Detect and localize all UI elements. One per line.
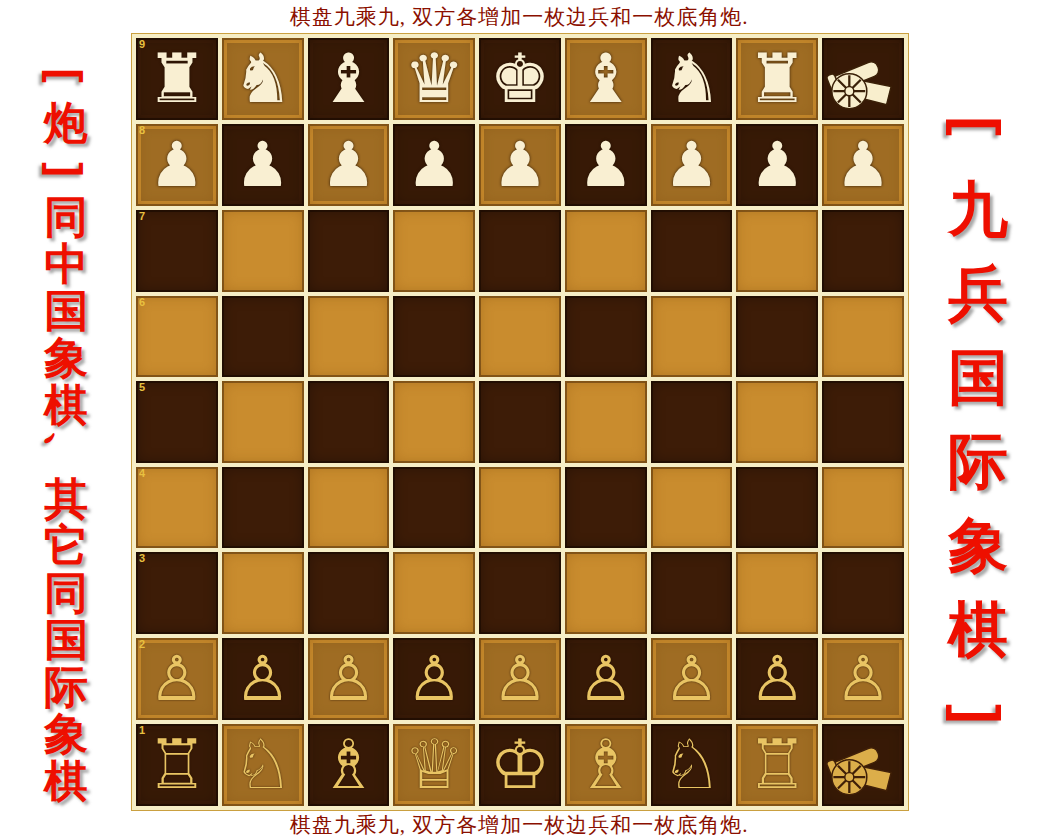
white-knight-piece: ♘ [232,724,293,806]
rank-label: 8 [139,125,145,136]
square-e2[interactable]: ♙ [479,638,561,720]
white-rook-piece: ♖ [747,724,808,806]
white-cannon-icon [825,727,901,803]
square-h7[interactable] [736,210,818,292]
black-pawn-piece: ♟ [492,124,548,206]
caption-char: 棋 [44,757,88,804]
black-pawn-piece: ♟ [578,124,634,206]
rank-label: 1 [139,725,145,736]
square-h3[interactable] [736,552,818,634]
caption-char: [ [43,68,90,83]
white-pawn-piece: ♙ [406,638,462,720]
square-b8[interactable]: ♟ [222,124,304,206]
rank-label: 7 [139,211,145,222]
square-d2[interactable]: ♙ [393,638,475,720]
square-h9[interactable]: ♜ [736,38,818,120]
square-b9[interactable]: ♞ [222,38,304,120]
black-pawn-piece: ♟ [321,124,377,206]
white-bishop-piece: ♗ [575,724,636,806]
square-f3[interactable] [565,552,647,634]
white-king-piece: ♔ [490,724,551,806]
square-i2[interactable]: ♙ [822,638,904,720]
white-pawn-piece: ♙ [321,638,377,720]
black-pawn-piece: ♟ [235,124,291,206]
square-f1[interactable]: ♗ [565,724,647,806]
square-c7[interactable] [308,210,390,292]
caption-char: 九 [948,168,1008,252]
square-d1[interactable]: ♕ [393,724,475,806]
black-bishop-piece: ♝ [318,38,379,120]
square-c1[interactable]: ♗ [308,724,390,806]
caption-char: 同 [44,569,88,616]
black-pawn-piece: ♟ [750,124,806,206]
square-f5[interactable] [565,381,647,463]
square-b5[interactable] [222,381,304,463]
square-c3[interactable] [308,552,390,634]
square-b3[interactable] [222,552,304,634]
rank-label: 3 [139,553,145,564]
square-i9[interactable] [822,38,904,120]
caption-char: 兵 [948,252,1008,336]
bottom-caption: 棋盘九乘九, 双方各增加一枚边兵和一枚底角炮. [0,811,1038,839]
caption-char: 象 [948,504,1008,588]
square-f2[interactable]: ♙ [565,638,647,720]
caption-char: ] [43,162,90,177]
square-i3[interactable] [822,552,904,634]
white-queen-piece: ♕ [404,724,465,806]
square-h2[interactable]: ♙ [736,638,818,720]
black-king-piece: ♚ [490,38,551,120]
caption-char: 国 [948,336,1008,420]
caption-char: 国 [44,287,88,334]
rank-label: 9 [139,39,145,50]
square-h1[interactable]: ♖ [736,724,818,806]
white-pawn-piece: ♙ [149,638,205,720]
white-pawn-piece: ♙ [664,638,720,720]
square-d6[interactable] [393,296,475,378]
square-g2[interactable]: ♙ [651,638,733,720]
black-knight-piece: ♞ [661,38,722,120]
black-cannon-icon [825,41,901,117]
black-rook-piece: ♜ [146,38,207,120]
caption-char: ] [936,704,1020,724]
square-b2[interactable]: ♙ [222,638,304,720]
square-e3[interactable] [479,552,561,634]
square-f7[interactable] [565,210,647,292]
caption-char: 棋 [948,588,1008,672]
caption-char: [ [936,116,1020,136]
square-g8[interactable]: ♟ [651,124,733,206]
square-c5[interactable] [308,381,390,463]
rank-label: 6 [139,297,145,308]
square-a3[interactable]: 3 [136,552,218,634]
square-h6[interactable] [736,296,818,378]
white-bishop-piece: ♗ [318,724,379,806]
square-a2[interactable]: 2♙ [136,638,218,720]
caption-char: 其 [44,475,88,522]
square-d7[interactable] [393,210,475,292]
square-a6[interactable]: 6 [136,296,218,378]
square-i6[interactable] [822,296,904,378]
square-b1[interactable]: ♘ [222,724,304,806]
left-vertical-caption: [炮]同中国象棋、其它同国际象棋 [18,52,114,804]
square-c8[interactable]: ♟ [308,124,390,206]
square-a9[interactable]: 9♜ [136,38,218,120]
square-e4[interactable] [479,467,561,549]
square-a1[interactable]: 1♖ [136,724,218,806]
square-e1[interactable]: ♔ [479,724,561,806]
rank-label: 5 [139,382,145,393]
black-pawn-piece: ♟ [406,124,462,206]
square-i8[interactable]: ♟ [822,124,904,206]
square-d9[interactable]: ♛ [393,38,475,120]
square-c6[interactable] [308,296,390,378]
square-d3[interactable] [393,552,475,634]
square-e5[interactable] [479,381,561,463]
white-pawn-piece: ♙ [235,638,291,720]
page: 棋盘九乘九, 双方各增加一枚边兵和一枚底角炮. [炮]同中国象棋、其它同国际象棋… [0,0,1038,839]
caption-char: 棋 [44,381,88,428]
black-pawn-piece: ♟ [149,124,205,206]
square-f9[interactable]: ♝ [565,38,647,120]
caption-char: 、 [43,430,90,474]
square-g5[interactable] [651,381,733,463]
right-vertical-caption: [九兵国际象棋] [930,84,1026,756]
caption-char: 同 [44,193,88,240]
square-c2[interactable]: ♙ [308,638,390,720]
white-pawn-piece: ♙ [835,638,891,720]
square-f6[interactable] [565,296,647,378]
square-e7[interactable] [479,210,561,292]
white-pawn-piece: ♙ [578,638,634,720]
square-d5[interactable] [393,381,475,463]
square-a4[interactable]: 4 [136,467,218,549]
black-knight-piece: ♞ [232,38,293,120]
square-b4[interactable] [222,467,304,549]
square-g3[interactable] [651,552,733,634]
square-a5[interactable]: 5 [136,381,218,463]
caption-char: 际 [948,420,1008,504]
square-c4[interactable] [308,467,390,549]
top-caption: 棋盘九乘九, 双方各增加一枚边兵和一枚底角炮. [0,3,1038,31]
square-d8[interactable]: ♟ [393,124,475,206]
black-bishop-piece: ♝ [575,38,636,120]
white-knight-piece: ♘ [661,724,722,806]
square-h8[interactable]: ♟ [736,124,818,206]
square-f8[interactable]: ♟ [565,124,647,206]
black-pawn-piece: ♟ [835,124,891,206]
square-g9[interactable]: ♞ [651,38,733,120]
square-e6[interactable] [479,296,561,378]
square-g4[interactable] [651,467,733,549]
caption-char: 中 [44,240,88,287]
rank-label: 2 [139,639,145,650]
square-g6[interactable] [651,296,733,378]
square-i4[interactable] [822,467,904,549]
square-e9[interactable]: ♚ [479,38,561,120]
square-b7[interactable] [222,210,304,292]
white-pawn-piece: ♙ [492,638,548,720]
square-f4[interactable] [565,467,647,549]
white-pawn-piece: ♙ [750,638,806,720]
square-a8[interactable]: 8♟ [136,124,218,206]
black-rook-piece: ♜ [747,38,808,120]
white-rook-piece: ♖ [146,724,207,806]
caption-char: 炮 [44,99,88,146]
caption-char: 象 [44,710,88,757]
square-h4[interactable] [736,467,818,549]
square-i1[interactable] [822,724,904,806]
square-e8[interactable]: ♟ [479,124,561,206]
square-c9[interactable]: ♝ [308,38,390,120]
square-i7[interactable] [822,210,904,292]
square-i5[interactable] [822,381,904,463]
square-h5[interactable] [736,381,818,463]
board: 9♜♞♝♛♚♝♞♜ 8♟♟♟♟♟♟♟♟♟765432♙♙♙♙♙♙♙♙♙1♖♘♗♕… [131,33,909,811]
caption-char: 际 [44,663,88,710]
caption-char: 国 [44,616,88,663]
square-a7[interactable]: 7 [136,210,218,292]
rank-label: 4 [139,468,145,479]
black-pawn-piece: ♟ [664,124,720,206]
square-g7[interactable] [651,210,733,292]
square-b6[interactable] [222,296,304,378]
square-g1[interactable]: ♘ [651,724,733,806]
caption-char: 它 [44,522,88,569]
square-d4[interactable] [393,467,475,549]
caption-char: 象 [44,334,88,381]
black-queen-piece: ♛ [404,38,465,120]
